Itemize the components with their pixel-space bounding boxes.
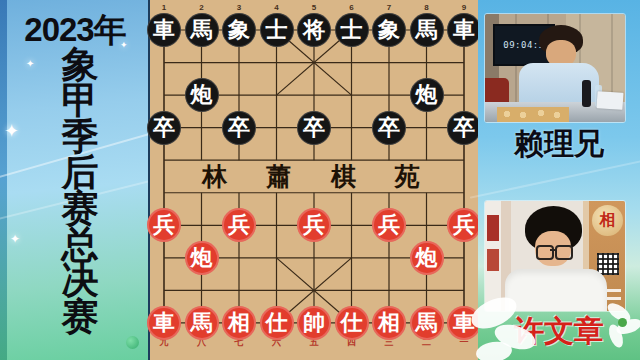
left-banner: [485, 201, 501, 312]
red-piece-相: 相: [372, 306, 406, 340]
banner-red-block: [487, 249, 499, 271]
river-char: 蕭: [266, 160, 291, 193]
black-piece-車: 車: [147, 13, 181, 47]
banner-red-block: [487, 215, 499, 241]
file-number-top: 1: [152, 3, 176, 12]
river-char: 苑: [395, 160, 420, 193]
player-name-top: 赖理兄: [478, 124, 640, 165]
players-panel: 09:04:3 赖理兄 相: [478, 0, 640, 360]
player-bottom-shirt: [505, 269, 607, 312]
red-piece-車: 車: [147, 306, 181, 340]
black-piece-卒: 卒: [147, 111, 181, 145]
red-piece-仕: 仕: [335, 306, 369, 340]
black-piece-車: 車: [447, 13, 481, 47]
event-title-char: 赛: [0, 191, 160, 227]
black-piece-卒: 卒: [222, 111, 256, 145]
red-piece-馬: 馬: [410, 306, 444, 340]
red-piece-帥: 帥: [297, 306, 331, 340]
black-piece-馬: 馬: [185, 13, 219, 47]
decor-dot: [126, 336, 139, 349]
event-banner-panel: ✦ ✦ ✦ ✦ 2023年 象甲季后赛总决赛: [0, 0, 150, 360]
xiangqi-board: 123456789九八七六五四三二一林蕭棋苑車馬象士将士象馬車炮炮卒卒卒卒卒兵兵…: [148, 0, 480, 360]
red-piece-馬: 馬: [185, 306, 219, 340]
black-piece-炮: 炮: [185, 78, 219, 112]
glasses-icon: [555, 245, 573, 260]
file-number-top: 3: [227, 3, 251, 12]
qr-code: [597, 253, 619, 275]
event-title-char: 后: [0, 155, 160, 191]
file-number-top: 7: [377, 3, 401, 12]
thumbnail-stage: ✦ ✦ ✦ ✦ 2023年 象甲季后赛总决赛 123456789九八七六五四三二…: [0, 0, 640, 360]
black-piece-炮: 炮: [410, 78, 444, 112]
event-title-char: 决: [0, 263, 160, 299]
black-piece-士: 士: [335, 13, 369, 47]
file-number-top: 5: [302, 3, 326, 12]
red-piece-炮: 炮: [410, 241, 444, 275]
file-number-top: 8: [415, 3, 439, 12]
light-streak: [470, 159, 640, 198]
red-piece-相: 相: [222, 306, 256, 340]
event-title-char: 象: [0, 47, 160, 83]
event-title-char: 季: [0, 119, 160, 155]
thermos-bottle: [582, 80, 591, 107]
player-photo-top: 09:04:3: [484, 13, 626, 123]
black-piece-卒: 卒: [297, 111, 331, 145]
banner-piece-graphic: 相: [592, 205, 623, 236]
file-number-top: 9: [452, 3, 476, 12]
red-piece-炮: 炮: [185, 241, 219, 275]
file-number-top: 4: [265, 3, 289, 12]
player-photo-bottom: 相: [484, 200, 626, 312]
black-piece-士: 士: [260, 13, 294, 47]
table-xiangqi-board: [497, 107, 569, 122]
event-title-vertical: 象甲季后赛总决赛: [0, 47, 160, 335]
score-papers: [596, 91, 623, 110]
flower-center: [618, 318, 627, 327]
river-char: 棋: [331, 160, 356, 193]
black-piece-卒: 卒: [372, 111, 406, 145]
black-piece-卒: 卒: [447, 111, 481, 145]
event-title-char: 甲: [0, 83, 160, 119]
red-piece-仕: 仕: [260, 306, 294, 340]
black-piece-将: 将: [297, 13, 331, 47]
event-title-char: 总: [0, 227, 160, 263]
river-label: 林蕭棋苑: [202, 160, 420, 193]
river-char: 林: [202, 160, 227, 193]
event-title-char: 赛: [0, 299, 160, 335]
glasses-icon: [536, 245, 554, 260]
file-number-top: 2: [190, 3, 214, 12]
black-piece-象: 象: [372, 13, 406, 47]
file-number-top: 6: [340, 3, 364, 12]
black-piece-馬: 馬: [410, 13, 444, 47]
glasses-bridge: [550, 249, 556, 251]
black-piece-象: 象: [222, 13, 256, 47]
